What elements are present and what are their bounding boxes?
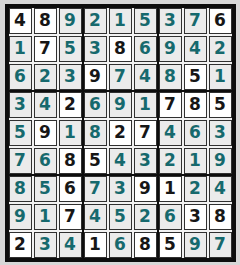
cell-r7c2[interactable]: 5 xyxy=(34,176,57,202)
cell-r4c9[interactable]: 5 xyxy=(209,92,232,118)
cell-r5c9[interactable]: 3 xyxy=(209,120,232,146)
box-r3c1: 856917234 xyxy=(9,176,82,258)
box-r2c3: 785463219 xyxy=(159,92,232,174)
cell-r3c9[interactable]: 1 xyxy=(209,64,232,90)
cell-r3c3[interactable]: 3 xyxy=(59,64,82,90)
sudoku-board: 4891756232153869743769428513425917686918… xyxy=(5,4,236,262)
box-r2c1: 342591768 xyxy=(9,92,82,174)
cell-r4c3[interactable]: 2 xyxy=(59,92,82,118)
cell-r6c9[interactable]: 9 xyxy=(209,148,232,174)
cell-r5c5[interactable]: 2 xyxy=(109,120,132,146)
cell-r8c1[interactable]: 9 xyxy=(9,204,32,230)
cell-r1c5[interactable]: 1 xyxy=(109,8,132,34)
cell-r1c7[interactable]: 3 xyxy=(159,8,182,34)
box-r1c1: 489175623 xyxy=(9,8,82,90)
cell-r1c2[interactable]: 8 xyxy=(34,8,57,34)
cell-r7c6[interactable]: 9 xyxy=(134,176,157,202)
cell-r8c6[interactable]: 2 xyxy=(134,204,157,230)
cell-r7c4[interactable]: 7 xyxy=(84,176,107,202)
cell-r3c5[interactable]: 7 xyxy=(109,64,132,90)
cell-r5c7[interactable]: 4 xyxy=(159,120,182,146)
cell-r8c7[interactable]: 6 xyxy=(159,204,182,230)
cell-r8c2[interactable]: 1 xyxy=(34,204,57,230)
cell-r3c6[interactable]: 4 xyxy=(134,64,157,90)
cell-r7c9[interactable]: 4 xyxy=(209,176,232,202)
cell-r8c3[interactable]: 7 xyxy=(59,204,82,230)
cell-r9c8[interactable]: 9 xyxy=(184,232,207,258)
cell-r8c4[interactable]: 4 xyxy=(84,204,107,230)
cell-r1c6[interactable]: 5 xyxy=(134,8,157,34)
cell-r3c4[interactable]: 9 xyxy=(84,64,107,90)
cell-r6c5[interactable]: 4 xyxy=(109,148,132,174)
cell-r5c2[interactable]: 9 xyxy=(34,120,57,146)
cell-r4c7[interactable]: 7 xyxy=(159,92,182,118)
cell-r9c5[interactable]: 6 xyxy=(109,232,132,258)
cell-r7c3[interactable]: 6 xyxy=(59,176,82,202)
cell-r2c7[interactable]: 9 xyxy=(159,36,182,62)
cell-r5c4[interactable]: 8 xyxy=(84,120,107,146)
page: 4891756232153869743769428513425917686918… xyxy=(0,0,240,265)
cell-r2c6[interactable]: 6 xyxy=(134,36,157,62)
cell-r9c9[interactable]: 7 xyxy=(209,232,232,258)
cell-r2c2[interactable]: 7 xyxy=(34,36,57,62)
cell-r5c8[interactable]: 6 xyxy=(184,120,207,146)
cell-r2c1[interactable]: 1 xyxy=(9,36,32,62)
cell-r9c1[interactable]: 2 xyxy=(9,232,32,258)
cell-r6c8[interactable]: 1 xyxy=(184,148,207,174)
cell-r6c2[interactable]: 6 xyxy=(34,148,57,174)
cell-r1c9[interactable]: 6 xyxy=(209,8,232,34)
cell-r9c3[interactable]: 4 xyxy=(59,232,82,258)
cell-r9c7[interactable]: 5 xyxy=(159,232,182,258)
cell-r4c1[interactable]: 3 xyxy=(9,92,32,118)
cell-r6c7[interactable]: 2 xyxy=(159,148,182,174)
cell-r2c3[interactable]: 5 xyxy=(59,36,82,62)
cell-r9c4[interactable]: 1 xyxy=(84,232,107,258)
cell-r4c2[interactable]: 4 xyxy=(34,92,57,118)
box-r3c2: 739452168 xyxy=(84,176,157,258)
cell-r6c1[interactable]: 7 xyxy=(9,148,32,174)
box-r2c2: 691827543 xyxy=(84,92,157,174)
box-r1c2: 215386974 xyxy=(84,8,157,90)
cell-r2c8[interactable]: 4 xyxy=(184,36,207,62)
cell-r6c4[interactable]: 5 xyxy=(84,148,107,174)
cell-r3c8[interactable]: 5 xyxy=(184,64,207,90)
cell-r3c7[interactable]: 8 xyxy=(159,64,182,90)
cell-r5c6[interactable]: 7 xyxy=(134,120,157,146)
cell-r9c6[interactable]: 8 xyxy=(134,232,157,258)
cell-r7c8[interactable]: 2 xyxy=(184,176,207,202)
cell-r2c9[interactable]: 2 xyxy=(209,36,232,62)
cell-r4c4[interactable]: 6 xyxy=(84,92,107,118)
cell-r4c5[interactable]: 9 xyxy=(109,92,132,118)
cell-r8c9[interactable]: 8 xyxy=(209,204,232,230)
cell-r4c8[interactable]: 8 xyxy=(184,92,207,118)
cell-r3c2[interactable]: 2 xyxy=(34,64,57,90)
cell-r1c4[interactable]: 2 xyxy=(84,8,107,34)
box-r1c3: 376942851 xyxy=(159,8,232,90)
cell-r8c5[interactable]: 5 xyxy=(109,204,132,230)
cell-r9c2[interactable]: 3 xyxy=(34,232,57,258)
cell-r6c3[interactable]: 8 xyxy=(59,148,82,174)
box-r3c3: 124638597 xyxy=(159,176,232,258)
cell-r7c7[interactable]: 1 xyxy=(159,176,182,202)
cell-r7c1[interactable]: 8 xyxy=(9,176,32,202)
cell-r7c5[interactable]: 3 xyxy=(109,176,132,202)
cell-r8c8[interactable]: 3 xyxy=(184,204,207,230)
cell-r2c5[interactable]: 8 xyxy=(109,36,132,62)
cell-r1c8[interactable]: 7 xyxy=(184,8,207,34)
cell-r1c1[interactable]: 4 xyxy=(9,8,32,34)
cell-r1c3[interactable]: 9 xyxy=(59,8,82,34)
cell-r2c4[interactable]: 3 xyxy=(84,36,107,62)
cell-r5c1[interactable]: 5 xyxy=(9,120,32,146)
cell-r5c3[interactable]: 1 xyxy=(59,120,82,146)
cell-r4c6[interactable]: 1 xyxy=(134,92,157,118)
cell-r6c6[interactable]: 3 xyxy=(134,148,157,174)
cell-r3c1[interactable]: 6 xyxy=(9,64,32,90)
